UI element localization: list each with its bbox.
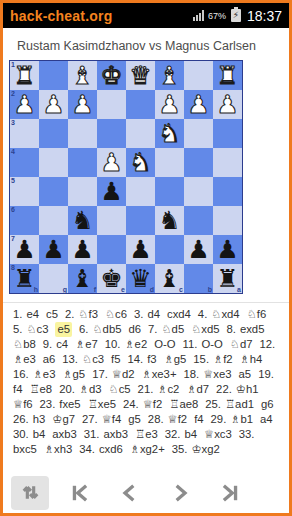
move-number: 10. xyxy=(105,337,121,352)
move-token[interactable]: ♗d3 xyxy=(79,382,102,397)
move-token[interactable]: ♘b8 xyxy=(13,337,36,352)
move-number: 29. xyxy=(211,412,227,427)
square-a5[interactable] xyxy=(213,177,242,206)
square-c4[interactable] xyxy=(155,148,184,177)
move-token[interactable]: ♕d2 xyxy=(112,367,135,382)
file-label: f xyxy=(94,286,96,293)
square-b8[interactable]: b xyxy=(184,264,213,293)
move-number: 13. xyxy=(62,352,78,367)
move-token[interactable]: ♗f2 xyxy=(213,352,233,367)
black-pawn: ♟ xyxy=(126,235,155,264)
move-number: 22. xyxy=(216,382,232,397)
move-number: 31. xyxy=(84,427,100,442)
square-f8[interactable]: f♝ xyxy=(68,264,97,293)
move-token[interactable]: ♘f6 xyxy=(247,307,267,322)
rank-label: 1 xyxy=(11,61,15,68)
file-label: e xyxy=(121,286,125,293)
move-token[interactable]: ♗b1 xyxy=(230,412,253,427)
square-d5[interactable] xyxy=(126,177,155,206)
file-label: g xyxy=(63,286,67,293)
black-pawn: ♟ xyxy=(213,235,242,264)
move-token[interactable]: ♘c3 xyxy=(82,352,104,367)
square-h6[interactable]: 6 xyxy=(10,206,39,235)
square-e5[interactable]: ♟ xyxy=(97,177,126,206)
move-token[interactable]: ♗g5 xyxy=(62,367,85,382)
square-g4[interactable] xyxy=(39,148,68,177)
move-token[interactable]: ♘d5 xyxy=(161,322,184,337)
rank-label: 7 xyxy=(11,235,15,242)
page-title: Rustam Kasimdzhanov vs Magnus Carlsen xyxy=(3,28,289,60)
skip-to-start-icon xyxy=(69,483,91,503)
move-token[interactable]: f4 xyxy=(13,382,22,397)
move-token[interactable]: ♗e3 xyxy=(33,367,56,382)
move-token[interactable]: ♘c3 xyxy=(26,322,48,337)
move-token[interactable]: ♕xe3 xyxy=(203,367,231,382)
move-token[interactable]: ♘c5 xyxy=(109,382,131,397)
square-c6[interactable]: ♞ xyxy=(155,206,184,235)
move-number: 24. xyxy=(123,397,139,412)
move-token[interactable]: ♗h4 xyxy=(240,352,263,367)
square-g8[interactable]: g xyxy=(39,264,68,293)
rank-label: 3 xyxy=(11,119,15,126)
flip-board-button[interactable] xyxy=(11,476,49,510)
square-e4[interactable]: ♟ xyxy=(97,148,126,177)
move-number: 1. xyxy=(13,307,22,322)
move-token[interactable]: ♗xe3+ xyxy=(142,367,177,382)
move-token[interactable]: cxd6 xyxy=(99,442,123,457)
square-d4[interactable]: ♞ xyxy=(126,148,155,177)
move-token[interactable]: ♘db5 xyxy=(92,322,121,337)
square-a4[interactable] xyxy=(213,148,242,177)
white-pawn: ♟ xyxy=(39,90,68,119)
square-a8[interactable]: a♜ xyxy=(213,264,242,293)
white-king: ♚ xyxy=(97,61,126,90)
file-label: b xyxy=(208,286,212,293)
app-window: hack-cheat.org 67% ⚡ 18:37 Rustam Kasimd… xyxy=(0,0,292,516)
square-e7[interactable] xyxy=(97,235,126,264)
square-b5[interactable] xyxy=(184,177,213,206)
move-token[interactable]: b4 xyxy=(184,427,197,442)
move-token[interactable]: ♗e7 xyxy=(75,337,98,352)
white-bishop: ♝ xyxy=(68,61,97,90)
square-c3[interactable]: ♞ xyxy=(155,119,184,148)
square-b3[interactable] xyxy=(184,119,213,148)
square-e8[interactable]: e♚ xyxy=(97,264,126,293)
move-token[interactable]: g5 xyxy=(128,412,141,427)
move-number: 32. xyxy=(165,427,181,442)
battery-percent: 67% xyxy=(208,11,226,21)
move-token[interactable]: O-O xyxy=(154,337,175,352)
move-number: 35. xyxy=(172,442,188,457)
square-d2[interactable] xyxy=(126,90,155,119)
move-number: 4. xyxy=(198,307,207,322)
move-number: 20. xyxy=(59,382,75,397)
square-h3[interactable]: 3 xyxy=(10,119,39,148)
move-token[interactable]: c4 xyxy=(56,337,68,352)
move-token[interactable]: a4 xyxy=(260,412,273,427)
move-token[interactable]: h3 xyxy=(33,412,46,427)
go-first-button[interactable] xyxy=(61,476,99,510)
square-f2[interactable]: ♟ xyxy=(68,90,97,119)
square-f3[interactable] xyxy=(68,119,97,148)
move-token[interactable]: ♖xe5 xyxy=(88,397,116,412)
move-token[interactable]: ♘xd5 xyxy=(191,322,219,337)
square-c7[interactable] xyxy=(155,235,184,264)
black-pawn: ♟ xyxy=(39,235,68,264)
square-g2[interactable]: ♟ xyxy=(39,90,68,119)
move-token[interactable]: exd5 xyxy=(240,322,265,337)
battery-charging-icon: ⚡ xyxy=(231,9,241,22)
move-number: 11. xyxy=(183,337,198,352)
signal-bars-icon xyxy=(193,10,204,21)
square-e1[interactable]: ♚ xyxy=(97,61,126,90)
move-token[interactable]: a6 xyxy=(43,352,56,367)
chess-board[interactable]: 1♜♝♚♛♝♜2♟♟♟♟♟♟3♞4♟♞5♟6♞♞7♟♟♟♟♟♟8h♜gf♝e♚d… xyxy=(9,60,243,294)
move-token[interactable]: g6 xyxy=(261,397,274,412)
square-e2[interactable] xyxy=(97,90,126,119)
square-a3[interactable] xyxy=(213,119,242,148)
move-token[interactable]: ♘f3 xyxy=(78,307,98,322)
move-token[interactable]: b4 xyxy=(33,427,46,442)
black-knight: ♞ xyxy=(68,206,97,235)
square-g6[interactable] xyxy=(39,206,68,235)
white-pawn: ♟ xyxy=(155,90,184,119)
file-label: d xyxy=(150,286,154,293)
square-c5[interactable] xyxy=(155,177,184,206)
go-last-button[interactable] xyxy=(211,476,249,510)
move-number: 17. xyxy=(92,367,108,382)
move-token[interactable]: ♘c6 xyxy=(105,307,127,322)
square-g5[interactable] xyxy=(39,177,68,206)
square-c1[interactable]: ♝ xyxy=(155,61,184,90)
bottom-toolbar xyxy=(3,472,289,513)
square-d7[interactable]: ♟ xyxy=(126,235,155,264)
move-token[interactable]: ♔xg2 xyxy=(191,442,219,457)
move-token[interactable]: ♔h1 xyxy=(236,382,259,397)
status-bar: hack-cheat.org 67% ⚡ 18:37 xyxy=(3,3,289,28)
move-token[interactable]: O-O xyxy=(201,337,222,352)
square-c2[interactable]: ♟ xyxy=(155,90,184,119)
move-number: 21. xyxy=(138,382,154,397)
move-number: 33. xyxy=(239,427,255,442)
square-d1[interactable]: ♛ xyxy=(126,61,155,90)
black-pawn: ♟ xyxy=(68,235,97,264)
square-f5[interactable] xyxy=(68,177,97,206)
square-b1[interactable] xyxy=(184,61,213,90)
square-b7[interactable]: ♟ xyxy=(184,235,213,264)
move-token[interactable]: e5 xyxy=(55,322,72,337)
square-d3[interactable] xyxy=(126,119,155,148)
square-a7[interactable]: ♟ xyxy=(213,235,242,264)
status-site-label: hack-cheat.org xyxy=(10,8,193,24)
square-g1[interactable] xyxy=(39,61,68,90)
move-token[interactable]: ♖e8 xyxy=(29,382,52,397)
move-list[interactable]: 1.e4c52.♘f3♘c63.d4cxd44.♘xd4♘f65.♘c3e56.… xyxy=(3,302,289,475)
square-d8[interactable]: d♛ xyxy=(126,264,155,293)
move-token[interactable]: axb3 xyxy=(52,427,77,442)
square-g7[interactable]: ♟ xyxy=(39,235,68,264)
move-token[interactable]: ♕f2 xyxy=(168,412,188,427)
square-h2[interactable]: 2♟ xyxy=(10,90,39,119)
white-pawn: ♟ xyxy=(213,90,242,119)
square-h4[interactable]: 4 xyxy=(10,148,39,177)
white-pawn: ♟ xyxy=(68,90,97,119)
file-label: h xyxy=(34,286,38,293)
rank-label: 5 xyxy=(11,177,15,184)
square-f7[interactable]: ♟ xyxy=(68,235,97,264)
move-number: 18. xyxy=(184,367,200,382)
square-a6[interactable] xyxy=(213,206,242,235)
move-number: 27. xyxy=(82,412,98,427)
move-token[interactable]: d6 xyxy=(128,322,141,337)
black-knight: ♞ xyxy=(155,206,184,235)
square-b4[interactable] xyxy=(184,148,213,177)
move-number: 26. xyxy=(13,412,29,427)
move-number: 28. xyxy=(148,412,164,427)
move-number: 34. xyxy=(79,442,95,457)
rank-label: 8 xyxy=(11,264,15,271)
move-number: 7. xyxy=(148,322,157,337)
black-pawn: ♟ xyxy=(184,235,213,264)
move-number: 25. xyxy=(205,397,221,412)
white-knight: ♞ xyxy=(126,148,155,177)
move-token[interactable]: ♘xd4 xyxy=(211,307,239,322)
move-token[interactable]: c5 xyxy=(46,307,58,322)
move-number: 30. xyxy=(13,427,29,442)
square-e3[interactable] xyxy=(97,119,126,148)
skip-to-end-icon xyxy=(219,483,241,503)
file-label: a xyxy=(237,286,241,293)
move-token[interactable]: cxd4 xyxy=(167,307,191,322)
move-number: 14. xyxy=(127,352,143,367)
move-token[interactable]: bxc5 xyxy=(13,442,37,457)
move-number: 16. xyxy=(13,367,29,382)
move-number: 23. xyxy=(40,397,56,412)
move-token[interactable]: d4 xyxy=(147,307,160,322)
move-number: 2. xyxy=(65,307,74,322)
move-number: 19. xyxy=(258,367,274,382)
white-queen: ♛ xyxy=(126,61,155,90)
move-token[interactable]: ♘d7 xyxy=(230,337,253,352)
move-token[interactable]: ♗xg2+ xyxy=(130,442,165,457)
go-previous-button[interactable] xyxy=(111,476,149,510)
flip-board-icon xyxy=(21,483,40,502)
square-h7[interactable]: 7♟ xyxy=(10,235,39,264)
move-number: 12. xyxy=(259,337,275,352)
square-f6[interactable]: ♞ xyxy=(68,206,97,235)
move-token[interactable]: ♗e3 xyxy=(13,352,36,367)
square-e6[interactable] xyxy=(97,206,126,235)
square-h1[interactable]: 1♜ xyxy=(10,61,39,90)
file-label: c xyxy=(179,286,183,293)
square-d6[interactable] xyxy=(126,206,155,235)
black-bishop: ♝ xyxy=(68,264,97,293)
move-number: 15. xyxy=(193,352,209,367)
rank-label: 4 xyxy=(11,148,15,155)
move-number: 8. xyxy=(227,322,236,337)
move-number: 3. xyxy=(134,307,143,322)
white-bishop: ♝ xyxy=(155,61,184,90)
rank-label: 6 xyxy=(11,206,15,213)
move-number: 5. xyxy=(13,322,22,337)
move-number: 6. xyxy=(79,322,88,337)
next-move-icon xyxy=(169,483,191,503)
move-token[interactable]: e4 xyxy=(26,307,39,322)
rank-label: 2 xyxy=(11,90,15,97)
square-g3[interactable] xyxy=(39,119,68,148)
clock-time: 18:37 xyxy=(247,8,282,24)
move-token[interactable]: ♗e2 xyxy=(124,337,147,352)
white-knight: ♞ xyxy=(155,119,184,148)
move-token[interactable]: f4 xyxy=(194,412,203,427)
go-next-button[interactable] xyxy=(161,476,199,510)
move-token[interactable]: ♗xh3 xyxy=(44,442,72,457)
move-token[interactable]: ♗g5 xyxy=(164,352,187,367)
square-a1[interactable]: ♜ xyxy=(213,61,242,90)
white-rook: ♜ xyxy=(213,61,242,90)
move-token[interactable]: fxe5 xyxy=(59,397,80,412)
square-b2[interactable]: ♟ xyxy=(184,90,213,119)
move-token[interactable]: ♖e3 xyxy=(135,427,158,442)
white-pawn: ♟ xyxy=(184,90,213,119)
square-a2[interactable]: ♟ xyxy=(213,90,242,119)
black-pawn: ♟ xyxy=(97,177,126,206)
square-h5[interactable]: 5 xyxy=(10,177,39,206)
move-token[interactable]: f3 xyxy=(147,352,156,367)
previous-move-icon xyxy=(119,483,141,503)
move-token[interactable]: ♖ae8 xyxy=(169,397,198,412)
square-b6[interactable] xyxy=(184,206,213,235)
move-token[interactable]: ♔g7 xyxy=(52,412,75,427)
move-token[interactable]: ♕xc3 xyxy=(204,427,232,442)
move-token[interactable]: axb3 xyxy=(104,427,129,442)
move-token[interactable]: ♖ad1 xyxy=(225,397,254,412)
move-token[interactable]: ♕f6 xyxy=(13,397,33,412)
board-container: 1♜♝♚♛♝♜2♟♟♟♟♟♟3♞4♟♞5♟6♞♞7♟♟♟♟♟♟8h♜gf♝e♚d… xyxy=(9,60,289,294)
move-token[interactable]: ♗d7 xyxy=(186,382,209,397)
move-token[interactable]: ♕f4 xyxy=(102,412,122,427)
square-f1[interactable]: ♝ xyxy=(68,61,97,90)
move-token[interactable]: ♕f2 xyxy=(143,397,163,412)
move-token[interactable]: f5 xyxy=(111,352,120,367)
move-token[interactable]: ♗c2 xyxy=(157,382,179,397)
square-h8[interactable]: 8h♜ xyxy=(10,264,39,293)
move-token[interactable]: a5 xyxy=(239,367,252,382)
white-pawn: ♟ xyxy=(97,148,126,177)
move-number: 9. xyxy=(43,337,52,352)
square-f4[interactable] xyxy=(68,148,97,177)
square-c8[interactable]: c♝ xyxy=(155,264,184,293)
